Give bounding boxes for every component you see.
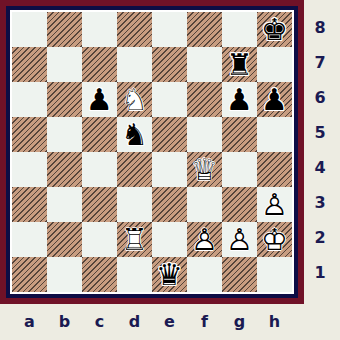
piece-glyph: ♘ (117, 82, 152, 117)
file-label-a: a (12, 305, 47, 337)
piece-glyph: ♙ (222, 222, 257, 257)
piece-white-pawn-f2[interactable]: ♟♙ (187, 222, 222, 257)
square-c7[interactable] (82, 47, 117, 82)
piece-glyph: ♔ (257, 222, 292, 257)
board-frame: ♚♜♟♞♘♟♟♞♛♕♟♙♜♖♟♙♟♙♚♔♛ (0, 0, 304, 304)
piece-black-pawn-h6[interactable]: ♟ (257, 82, 292, 117)
square-d6[interactable]: ♞♘ (117, 82, 152, 117)
square-b1[interactable] (47, 257, 82, 292)
square-a5[interactable] (12, 117, 47, 152)
square-g8[interactable] (222, 12, 257, 47)
square-e5[interactable] (152, 117, 187, 152)
square-a4[interactable] (12, 152, 47, 187)
square-h1[interactable] (257, 257, 292, 292)
rank-labels: 87654321 (304, 10, 336, 290)
square-c2[interactable] (82, 222, 117, 257)
square-f2[interactable]: ♟♙ (187, 222, 222, 257)
square-e8[interactable] (152, 12, 187, 47)
square-h5[interactable] (257, 117, 292, 152)
file-label-g: g (222, 305, 257, 337)
square-g5[interactable] (222, 117, 257, 152)
piece-glyph: ♞ (117, 117, 152, 152)
file-label-h: h (257, 305, 292, 337)
square-d5[interactable]: ♞ (117, 117, 152, 152)
square-h8[interactable]: ♚ (257, 12, 292, 47)
square-g2[interactable]: ♟♙ (222, 222, 257, 257)
square-f8[interactable] (187, 12, 222, 47)
rank-label-8: 8 (304, 10, 336, 45)
square-e3[interactable] (152, 187, 187, 222)
piece-glyph: ♟ (222, 82, 257, 117)
file-label-c: c (82, 305, 117, 337)
square-e7[interactable] (152, 47, 187, 82)
square-a7[interactable] (12, 47, 47, 82)
square-e4[interactable] (152, 152, 187, 187)
square-c1[interactable] (82, 257, 117, 292)
piece-black-king-h8[interactable]: ♚ (257, 12, 292, 47)
square-f5[interactable] (187, 117, 222, 152)
square-d1[interactable] (117, 257, 152, 292)
rank-label-5: 5 (304, 115, 336, 150)
square-c8[interactable] (82, 12, 117, 47)
square-h6[interactable]: ♟ (257, 82, 292, 117)
board-frame-line: ♚♜♟♞♘♟♟♞♛♕♟♙♜♖♟♙♟♙♚♔♛ (10, 10, 294, 294)
square-b5[interactable] (47, 117, 82, 152)
rank-label-4: 4 (304, 150, 336, 185)
file-label-e: e (152, 305, 187, 337)
board-frame-inner: ♚♜♟♞♘♟♟♞♛♕♟♙♜♖♟♙♟♙♚♔♛ (6, 6, 298, 298)
square-h2[interactable]: ♚♔ (257, 222, 292, 257)
square-a8[interactable] (12, 12, 47, 47)
square-a2[interactable] (12, 222, 47, 257)
piece-white-rook-d2[interactable]: ♜♖ (117, 222, 152, 257)
square-d3[interactable] (117, 187, 152, 222)
square-c6[interactable]: ♟ (82, 82, 117, 117)
rank-label-2: 2 (304, 220, 336, 255)
rank-label-3: 3 (304, 185, 336, 220)
square-f7[interactable] (187, 47, 222, 82)
square-d4[interactable] (117, 152, 152, 187)
file-label-b: b (47, 305, 82, 337)
square-e6[interactable] (152, 82, 187, 117)
square-b7[interactable] (47, 47, 82, 82)
square-a3[interactable] (12, 187, 47, 222)
piece-white-pawn-g2[interactable]: ♟♙ (222, 222, 257, 257)
square-f4[interactable]: ♛♕ (187, 152, 222, 187)
square-f1[interactable] (187, 257, 222, 292)
piece-glyph: ♜ (222, 47, 257, 82)
square-f3[interactable] (187, 187, 222, 222)
piece-black-pawn-c6[interactable]: ♟ (82, 82, 117, 117)
rank-label-7: 7 (304, 45, 336, 80)
square-a1[interactable] (12, 257, 47, 292)
square-e1[interactable]: ♛ (152, 257, 187, 292)
piece-white-queen-f4[interactable]: ♛♕ (187, 152, 222, 187)
square-b4[interactable] (47, 152, 82, 187)
file-label-f: f (187, 305, 222, 337)
square-g7[interactable]: ♜ (222, 47, 257, 82)
piece-glyph: ♖ (117, 222, 152, 257)
square-c5[interactable] (82, 117, 117, 152)
square-g1[interactable] (222, 257, 257, 292)
piece-black-pawn-g6[interactable]: ♟ (222, 82, 257, 117)
piece-glyph: ♙ (257, 187, 292, 222)
file-label-d: d (117, 305, 152, 337)
square-c4[interactable] (82, 152, 117, 187)
piece-black-queen-e1[interactable]: ♛ (152, 257, 187, 292)
square-g4[interactable] (222, 152, 257, 187)
file-labels: abcdefgh (12, 305, 292, 337)
piece-white-king-h2[interactable]: ♚♔ (257, 222, 292, 257)
piece-black-knight-d5[interactable]: ♞ (117, 117, 152, 152)
piece-glyph: ♛ (152, 257, 187, 292)
piece-white-knight-d6[interactable]: ♞♘ (117, 82, 152, 117)
square-a6[interactable] (12, 82, 47, 117)
square-d2[interactable]: ♜♖ (117, 222, 152, 257)
piece-black-rook-g7[interactable]: ♜ (222, 47, 257, 82)
square-b2[interactable] (47, 222, 82, 257)
rank-label-1: 1 (304, 255, 336, 290)
square-e2[interactable] (152, 222, 187, 257)
piece-glyph: ♟ (257, 82, 292, 117)
chess-board: ♚♜♟♞♘♟♟♞♛♕♟♙♜♖♟♙♟♙♚♔♛ (12, 12, 292, 292)
piece-glyph: ♙ (187, 222, 222, 257)
square-c3[interactable] (82, 187, 117, 222)
square-d7[interactable] (117, 47, 152, 82)
rank-label-6: 6 (304, 80, 336, 115)
square-b6[interactable] (47, 82, 82, 117)
square-d8[interactable] (117, 12, 152, 47)
piece-white-pawn-h3[interactable]: ♟♙ (257, 187, 292, 222)
square-h7[interactable] (257, 47, 292, 82)
piece-glyph: ♟ (82, 82, 117, 117)
piece-glyph: ♚ (257, 12, 292, 47)
square-b3[interactable] (47, 187, 82, 222)
square-h3[interactable]: ♟♙ (257, 187, 292, 222)
square-f6[interactable] (187, 82, 222, 117)
chess-diagram: ♚♜♟♞♘♟♟♞♛♕♟♙♜♖♟♙♟♙♚♔♛ 87654321 abcdefgh (0, 0, 340, 340)
square-b8[interactable] (47, 12, 82, 47)
square-g6[interactable]: ♟ (222, 82, 257, 117)
piece-glyph: ♕ (187, 152, 222, 187)
square-g3[interactable] (222, 187, 257, 222)
square-h4[interactable] (257, 152, 292, 187)
